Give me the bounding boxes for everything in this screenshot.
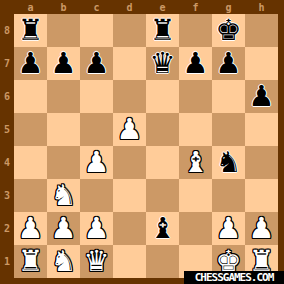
file-label-b: b [47, 0, 80, 15]
piece-white-bishop: ♝ [183, 146, 209, 179]
piece-white-knight: ♞ [51, 179, 77, 212]
square-a1: ♜ [14, 245, 47, 278]
square-b2: ♟ [47, 212, 80, 245]
square-a7: ♟ [14, 47, 47, 80]
square-e8: ♜ [146, 14, 179, 47]
square-d5: ♟ [113, 113, 146, 146]
square-e5 [146, 113, 179, 146]
square-b7: ♟ [47, 47, 80, 80]
square-g7: ♟ [212, 47, 245, 80]
square-d4 [113, 146, 146, 179]
square-b3: ♞ [47, 179, 80, 212]
square-h8 [245, 14, 278, 47]
rank-label-8: 8 [0, 14, 14, 47]
square-f4: ♝ [179, 146, 212, 179]
square-e3 [146, 179, 179, 212]
square-h3 [245, 179, 278, 212]
chess-board: ♜♜♚♟♟♟♛♟♟♟♟♟♝♞♞♟♟♟♝♟♟♜♞♛♚♜ [14, 14, 278, 278]
piece-white-queen: ♛ [84, 245, 110, 278]
square-h7 [245, 47, 278, 80]
piece-white-pawn: ♟ [84, 146, 110, 179]
square-c7: ♟ [80, 47, 113, 80]
square-h2: ♟ [245, 212, 278, 245]
piece-black-pawn: ♟ [51, 47, 77, 80]
square-d6 [113, 80, 146, 113]
rank-label-5: 5 [0, 113, 14, 146]
piece-black-pawn: ♟ [216, 47, 242, 80]
square-g8: ♚ [212, 14, 245, 47]
piece-black-bishop: ♝ [150, 212, 176, 245]
square-f7: ♟ [179, 47, 212, 80]
rank-labels: 87654321 [0, 14, 14, 278]
square-a5 [14, 113, 47, 146]
piece-white-pawn: ♟ [249, 212, 275, 245]
file-label-h: h [245, 0, 278, 15]
square-a8: ♜ [14, 14, 47, 47]
square-c3 [80, 179, 113, 212]
rank-label-3: 3 [0, 179, 14, 212]
piece-black-pawn: ♟ [183, 47, 209, 80]
piece-white-pawn: ♟ [18, 212, 44, 245]
square-f8 [179, 14, 212, 47]
square-d7 [113, 47, 146, 80]
square-e2: ♝ [146, 212, 179, 245]
rank-label-1: 1 [0, 245, 14, 278]
square-f3 [179, 179, 212, 212]
square-g2: ♟ [212, 212, 245, 245]
square-h6: ♟ [245, 80, 278, 113]
square-c2: ♟ [80, 212, 113, 245]
piece-black-knight: ♞ [216, 146, 242, 179]
square-b5 [47, 113, 80, 146]
file-labels: abcdefgh [14, 0, 278, 14]
piece-white-knight: ♞ [51, 245, 77, 278]
square-c4: ♟ [80, 146, 113, 179]
piece-black-pawn: ♟ [249, 80, 275, 113]
rank-label-2: 2 [0, 212, 14, 245]
square-g4: ♞ [212, 146, 245, 179]
piece-white-pawn: ♟ [51, 212, 77, 245]
square-b6 [47, 80, 80, 113]
square-e7: ♛ [146, 47, 179, 80]
square-c8 [80, 14, 113, 47]
piece-white-rook: ♜ [18, 245, 44, 278]
chess-diagram: abcdefgh 87654321 ♜♜♚♟♟♟♛♟♟♟♟♟♝♞♞♟♟♟♝♟♟♜… [0, 0, 284, 284]
file-label-f: f [179, 0, 212, 15]
piece-white-pawn: ♟ [117, 113, 143, 146]
rank-label-6: 6 [0, 80, 14, 113]
file-label-d: d [113, 0, 146, 15]
piece-black-pawn: ♟ [84, 47, 110, 80]
square-f6 [179, 80, 212, 113]
square-g5 [212, 113, 245, 146]
piece-white-pawn: ♟ [216, 212, 242, 245]
piece-black-rook: ♜ [150, 14, 176, 47]
square-c6 [80, 80, 113, 113]
square-e1 [146, 245, 179, 278]
square-g3 [212, 179, 245, 212]
square-e4 [146, 146, 179, 179]
piece-black-rook: ♜ [18, 14, 44, 47]
square-h5 [245, 113, 278, 146]
square-g6 [212, 80, 245, 113]
square-d3 [113, 179, 146, 212]
square-a3 [14, 179, 47, 212]
piece-black-queen: ♛ [150, 47, 176, 80]
square-a2: ♟ [14, 212, 47, 245]
rank-label-7: 7 [0, 47, 14, 80]
square-d1 [113, 245, 146, 278]
square-e6 [146, 80, 179, 113]
square-f2 [179, 212, 212, 245]
square-a6 [14, 80, 47, 113]
square-b1: ♞ [47, 245, 80, 278]
piece-black-king: ♚ [216, 14, 242, 47]
piece-white-pawn: ♟ [84, 212, 110, 245]
square-b8 [47, 14, 80, 47]
square-h4 [245, 146, 278, 179]
square-d2 [113, 212, 146, 245]
square-f5 [179, 113, 212, 146]
square-c5 [80, 113, 113, 146]
file-label-c: c [80, 0, 113, 15]
chessgames-brand-label: CHESSGAMES.COM [184, 271, 284, 284]
rank-label-4: 4 [0, 146, 14, 179]
square-c1: ♛ [80, 245, 113, 278]
square-d8 [113, 14, 146, 47]
square-b4 [47, 146, 80, 179]
square-a4 [14, 146, 47, 179]
piece-black-pawn: ♟ [18, 47, 44, 80]
